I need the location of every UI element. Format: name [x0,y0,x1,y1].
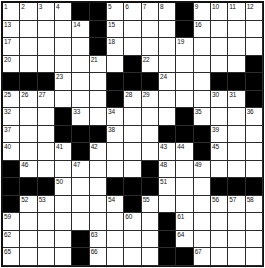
white-cell-r1c7[interactable]: 5 [107,3,124,21]
white-cell-r1c15[interactable]: 12 [246,3,263,21]
white-cell-r2c4[interactable] [55,21,72,39]
clue-number: 24 [160,73,167,80]
white-cell-r5c10[interactable]: 24 [159,73,176,91]
black-cell [90,3,107,21]
white-cell-r11c12[interactable] [194,178,211,196]
white-cell-r10c6[interactable] [90,161,107,179]
black-cell [3,178,20,196]
white-cell-r1c8[interactable]: 6 [124,3,141,21]
white-cell-r1c1[interactable]: 1 [3,3,20,21]
white-cell-r7c10[interactable] [159,108,176,126]
white-cell-r4c1[interactable]: 20 [3,56,20,74]
white-cell-r12c13[interactable]: 56 [211,196,228,214]
black-cell [246,73,263,91]
white-cell-r7c8[interactable] [124,108,141,126]
white-cell-r14c3[interactable] [38,231,55,249]
white-cell-r4c5[interactable] [72,56,89,74]
white-cell-r1c3[interactable]: 3 [38,3,55,21]
white-cell-r8c1[interactable]: 37 [3,126,20,144]
white-cell-r3c8[interactable] [124,38,141,56]
white-cell-r4c3[interactable] [38,56,55,74]
white-cell-r9c7[interactable] [107,143,124,161]
white-cell-r12c4[interactable] [55,196,72,214]
white-cell-r9c14[interactable] [228,143,245,161]
white-cell-r2c14[interactable] [228,21,245,39]
white-cell-r10c2[interactable]: 46 [20,161,37,179]
white-cell-r14c12[interactable] [194,231,211,249]
black-cell [124,56,141,74]
white-cell-r2c12[interactable]: 16 [194,21,211,39]
black-cell [246,56,263,74]
white-cell-r7c3[interactable] [38,108,55,126]
black-cell [142,161,159,179]
clue-number: 36 [247,108,254,115]
white-cell-r8c14[interactable] [228,126,245,144]
white-cell-r15c12[interactable]: 67 [194,248,211,266]
white-cell-r2c10[interactable] [159,21,176,39]
white-cell-r12c5[interactable] [72,196,89,214]
white-cell-r15c14[interactable] [228,248,245,266]
white-cell-r3c10[interactable] [159,38,176,56]
white-cell-r6c11[interactable] [176,91,193,109]
white-cell-r15c9[interactable] [142,248,159,266]
white-cell-r14c8[interactable] [124,231,141,249]
clue-number: 51 [160,178,167,185]
clue-number: 63 [91,231,98,238]
clue-number: 44 [177,143,184,150]
clue-number: 64 [177,231,184,238]
black-cell [107,73,124,91]
white-cell-r9c13[interactable]: 45 [211,143,228,161]
clue-number: 18 [108,38,115,45]
white-cell-r14c4[interactable] [55,231,72,249]
white-cell-r15c1[interactable]: 65 [3,248,20,266]
black-cell [55,108,72,126]
white-cell-r6c3[interactable]: 27 [38,91,55,109]
white-cell-r10c14[interactable] [228,161,245,179]
white-cell-r3c11[interactable]: 19 [176,38,193,56]
clue-number: 53 [39,196,46,203]
white-cell-r3c1[interactable]: 17 [3,38,20,56]
white-cell-r4c12[interactable] [194,56,211,74]
clue-number: 3 [39,3,42,10]
clue-number: 57 [229,196,236,203]
clue-number: 10 [212,3,219,10]
clue-number: 27 [39,91,46,98]
white-cell-r1c13[interactable]: 10 [211,3,228,21]
clue-number: 2 [21,3,24,10]
white-cell-r11c11[interactable] [176,178,193,196]
white-cell-r14c14[interactable] [228,231,245,249]
white-cell-r13c11[interactable]: 61 [176,213,193,231]
black-cell [176,248,193,266]
white-cell-r8c7[interactable]: 38 [107,126,124,144]
white-cell-r11c6[interactable] [90,178,107,196]
white-cell-r13c9[interactable] [142,213,159,231]
clue-number: 41 [56,143,63,150]
white-cell-r12c9[interactable]: 55 [142,196,159,214]
black-cell [246,178,263,196]
clue-number: 55 [143,196,150,203]
white-cell-r9c10[interactable]: 43 [159,143,176,161]
white-cell-r15c2[interactable] [20,248,37,266]
white-cell-r13c12[interactable] [194,213,211,231]
clue-number: 4 [56,3,59,10]
white-cell-r13c14[interactable] [228,213,245,231]
clue-number: 32 [4,108,11,115]
crossword-page: 1234567891011121314151617181920212223242… [0,0,265,268]
white-cell-r1c2[interactable]: 2 [20,3,37,21]
white-cell-r7c2[interactable] [20,108,37,126]
black-cell [72,248,89,266]
white-cell-r11c10[interactable]: 51 [159,178,176,196]
white-cell-r9c8[interactable] [124,143,141,161]
clue-number: 28 [125,91,132,98]
clue-number: 60 [125,213,132,220]
white-cell-r12c15[interactable]: 58 [246,196,263,214]
white-cell-r12c2[interactable]: 52 [20,196,37,214]
white-cell-r15c4[interactable] [55,248,72,266]
black-cell [55,126,72,144]
clue-number: 52 [21,196,28,203]
white-cell-r13c3[interactable] [38,213,55,231]
white-cell-r4c7[interactable] [107,56,124,74]
white-cell-r8c8[interactable] [124,126,141,144]
black-cell [38,178,55,196]
white-cell-r7c6[interactable] [90,108,107,126]
clue-number: 46 [21,161,28,168]
white-cell-r10c7[interactable] [107,161,124,179]
black-cell [176,126,193,144]
white-cell-r13c8[interactable]: 60 [124,213,141,231]
white-cell-r5c5[interactable] [72,73,89,91]
white-cell-r2c13[interactable] [211,21,228,39]
white-cell-r7c15[interactable]: 36 [246,108,263,126]
clue-number: 35 [195,108,202,115]
white-cell-r2c8[interactable] [124,21,141,39]
black-cell [211,178,228,196]
white-cell-r9c4[interactable]: 41 [55,143,72,161]
white-cell-r7c14[interactable] [228,108,245,126]
clue-number: 21 [91,56,98,63]
white-cell-r13c1[interactable]: 59 [3,213,20,231]
clue-number: 14 [73,21,80,28]
white-cell-r6c14[interactable]: 31 [228,91,245,109]
white-cell-r13c13[interactable] [211,213,228,231]
white-cell-r4c9[interactable]: 22 [142,56,159,74]
clue-number: 19 [177,38,184,45]
clue-number: 50 [56,178,63,185]
black-cell [124,178,141,196]
white-cell-r13c15[interactable] [246,213,263,231]
white-cell-r10c11[interactable] [176,161,193,179]
white-cell-r7c5[interactable]: 33 [72,108,89,126]
white-cell-r8c13[interactable]: 39 [211,126,228,144]
black-cell [159,126,176,144]
clue-number: 38 [108,126,115,133]
clue-number: 39 [212,126,219,133]
clue-number: 9 [195,3,198,10]
black-cell [194,143,211,161]
black-cell [38,73,55,91]
clue-number: 58 [247,196,254,203]
black-cell [142,73,159,91]
clue-number: 54 [108,196,115,203]
white-cell-r12c7[interactable]: 54 [107,196,124,214]
white-cell-r7c9[interactable] [142,108,159,126]
white-cell-r4c6[interactable]: 21 [90,56,107,74]
white-cell-r6c9[interactable]: 29 [142,91,159,109]
white-cell-r6c8[interactable]: 28 [124,91,141,109]
white-cell-r3c2[interactable] [20,38,37,56]
clue-number: 61 [177,213,184,220]
clue-number: 5 [108,3,111,10]
white-cell-r1c12[interactable]: 9 [194,3,211,21]
crossword-grid: 1234567891011121314151617181920212223242… [1,1,264,267]
white-cell-r10c15[interactable] [246,161,263,179]
clue-number: 66 [91,248,98,255]
clue-number: 15 [108,21,115,28]
clue-number: 48 [160,161,167,168]
white-cell-r9c15[interactable] [246,143,263,161]
white-cell-r1c10[interactable]: 8 [159,3,176,21]
black-cell [3,161,20,179]
clue-number: 16 [195,21,202,28]
black-cell [90,126,107,144]
white-cell-r15c15[interactable] [246,248,263,266]
white-cell-r9c11[interactable]: 44 [176,143,193,161]
clue-number: 34 [108,108,115,115]
white-cell-r6c13[interactable]: 30 [211,91,228,109]
black-cell [72,231,89,249]
white-cell-r4c14[interactable] [228,56,245,74]
white-cell-r6c6[interactable] [90,91,107,109]
black-cell [124,196,141,214]
clue-number: 25 [4,91,11,98]
white-cell-r9c6[interactable]: 42 [90,143,107,161]
clue-number: 40 [4,143,11,150]
white-cell-r5c11[interactable] [176,73,193,91]
black-cell [228,178,245,196]
clue-number: 31 [229,91,236,98]
white-cell-r13c7[interactable] [107,213,124,231]
black-cell [72,126,89,144]
clue-number: 13 [4,21,11,28]
white-cell-r2c3[interactable] [38,21,55,39]
clue-number: 17 [4,38,11,45]
black-cell [194,126,211,144]
clue-number: 42 [91,143,98,150]
white-cell-r5c4[interactable]: 23 [55,73,72,91]
white-cell-r14c1[interactable]: 62 [3,231,20,249]
black-cell [159,231,176,249]
white-cell-r13c5[interactable] [72,213,89,231]
black-cell [246,91,263,109]
clue-number: 23 [56,73,63,80]
black-cell [20,73,37,91]
white-cell-r10c3[interactable] [38,161,55,179]
white-cell-r4c4[interactable] [55,56,72,74]
clue-number: 62 [4,231,11,238]
white-cell-r1c4[interactable]: 4 [55,3,72,21]
clue-number: 26 [21,91,28,98]
white-cell-r2c2[interactable] [20,21,37,39]
white-cell-r13c4[interactable] [55,213,72,231]
white-cell-r12c11[interactable] [176,196,193,214]
clue-number: 43 [160,143,167,150]
white-cell-r14c2[interactable] [20,231,37,249]
white-cell-r12c14[interactable]: 57 [228,196,245,214]
clue-number: 45 [212,143,219,150]
white-cell-r13c6[interactable] [90,213,107,231]
white-cell-r6c4[interactable] [55,91,72,109]
white-cell-r6c2[interactable]: 26 [20,91,37,109]
clue-number: 56 [212,196,219,203]
white-cell-r3c5[interactable] [72,38,89,56]
white-cell-r13c2[interactable] [20,213,37,231]
white-cell-r1c9[interactable]: 7 [142,3,159,21]
clue-number: 49 [195,161,202,168]
white-cell-r2c15[interactable] [246,21,263,39]
white-cell-r15c7[interactable] [107,248,124,266]
white-cell-r14c15[interactable] [246,231,263,249]
white-cell-r9c9[interactable] [142,143,159,161]
black-cell [72,143,89,161]
white-cell-r4c2[interactable] [20,56,37,74]
white-cell-r12c6[interactable] [90,196,107,214]
black-cell [176,21,193,39]
white-cell-r6c5[interactable] [72,91,89,109]
white-cell-r2c9[interactable] [142,21,159,39]
black-cell [142,178,159,196]
white-cell-r14c7[interactable] [107,231,124,249]
white-cell-r7c7[interactable]: 34 [107,108,124,126]
white-cell-r15c8[interactable] [124,248,141,266]
white-cell-r10c5[interactable]: 47 [72,161,89,179]
white-cell-r14c13[interactable] [211,231,228,249]
clue-number: 29 [143,91,150,98]
white-cell-r7c12[interactable]: 35 [194,108,211,126]
white-cell-r10c8[interactable] [124,161,141,179]
white-cell-r12c12[interactable] [194,196,211,214]
white-cell-r4c13[interactable] [211,56,228,74]
white-cell-r6c12[interactable] [194,91,211,109]
black-cell [90,21,107,39]
white-cell-r1c14[interactable]: 11 [228,3,245,21]
black-cell [176,3,193,21]
white-cell-r3c4[interactable] [55,38,72,56]
white-cell-r5c12[interactable] [194,73,211,91]
clue-number: 11 [229,3,235,10]
white-cell-r8c9[interactable] [142,126,159,144]
white-cell-r10c13[interactable] [211,161,228,179]
white-cell-r9c2[interactable] [20,143,37,161]
black-cell [107,178,124,196]
clue-number: 30 [212,91,219,98]
white-cell-r3c14[interactable] [228,38,245,56]
clue-number: 20 [4,56,11,63]
black-cell [124,73,141,91]
clue-number: 7 [143,3,146,10]
black-cell [72,3,89,21]
white-cell-r6c1[interactable]: 25 [3,91,20,109]
white-cell-r12c10[interactable] [159,196,176,214]
white-cell-r9c3[interactable] [38,143,55,161]
white-cell-r4c10[interactable] [159,56,176,74]
clue-number: 67 [195,248,202,255]
white-cell-r15c13[interactable] [211,248,228,266]
black-cell [3,73,20,91]
white-cell-r3c13[interactable] [211,38,228,56]
black-cell [176,108,193,126]
clue-number: 22 [143,56,150,63]
white-cell-r14c9[interactable] [142,231,159,249]
white-cell-r10c12[interactable]: 49 [194,161,211,179]
white-cell-r10c10[interactable]: 48 [159,161,176,179]
clue-number: 33 [73,108,80,115]
white-cell-r7c1[interactable]: 32 [3,108,20,126]
white-cell-r10c4[interactable] [55,161,72,179]
clue-number: 6 [125,3,128,10]
clue-number: 1 [4,3,7,10]
white-cell-r2c7[interactable]: 15 [107,21,124,39]
clue-number: 12 [247,3,254,10]
white-cell-r8c3[interactable] [38,126,55,144]
white-cell-r14c11[interactable]: 64 [176,231,193,249]
white-cell-r3c3[interactable] [38,38,55,56]
white-cell-r2c5[interactable]: 14 [72,21,89,39]
white-cell-r12c3[interactable]: 53 [38,196,55,214]
black-cell [159,248,176,266]
white-cell-r11c5[interactable] [72,178,89,196]
white-cell-r14c6[interactable]: 63 [90,231,107,249]
white-cell-r2c1[interactable]: 13 [3,21,20,39]
clue-number: 37 [4,126,11,133]
white-cell-r11c4[interactable]: 50 [55,178,72,196]
white-cell-r15c6[interactable]: 66 [90,248,107,266]
white-cell-r3c12[interactable] [194,38,211,56]
white-cell-r9c1[interactable]: 40 [3,143,20,161]
white-cell-r8c2[interactable] [20,126,37,144]
black-cell [3,196,20,214]
white-cell-r3c15[interactable] [246,38,263,56]
clue-number: 59 [4,213,11,220]
black-cell [228,73,245,91]
black-cell [20,178,37,196]
white-cell-r15c3[interactable] [38,248,55,266]
clue-number: 47 [73,161,80,168]
white-cell-r7c13[interactable] [211,108,228,126]
black-cell [107,91,124,109]
white-cell-r8c15[interactable] [246,126,263,144]
black-cell [159,213,176,231]
black-cell [211,73,228,91]
white-cell-r5c6[interactable] [90,73,107,91]
black-cell [90,38,107,56]
white-cell-r6c10[interactable] [159,91,176,109]
white-cell-r3c9[interactable] [142,38,159,56]
clue-number: 8 [160,3,163,10]
white-cell-r4c11[interactable] [176,56,193,74]
white-cell-r3c7[interactable]: 18 [107,38,124,56]
clue-number: 65 [4,248,11,255]
